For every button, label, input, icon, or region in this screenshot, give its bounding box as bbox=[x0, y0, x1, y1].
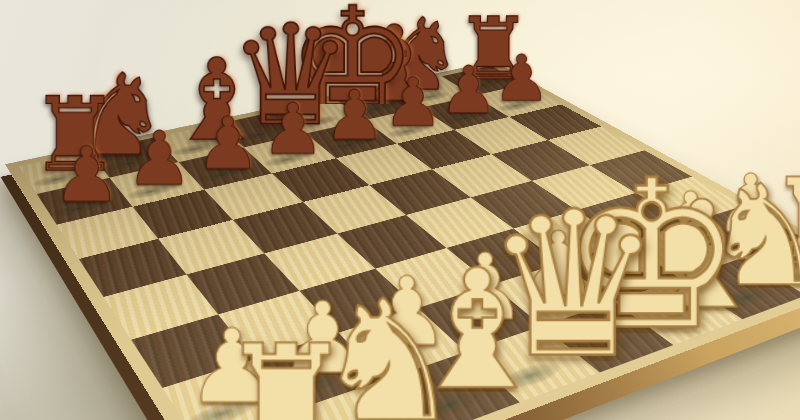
piece-black-pawn-e7[interactable]: ♟ bbox=[321, 81, 389, 150]
piece-black-pawn-g7[interactable]: ♟ bbox=[437, 57, 501, 122]
piece-white-rook-a1[interactable]: ♜ bbox=[218, 325, 326, 420]
piece-black-pawn-c7[interactable]: ♟ bbox=[192, 107, 263, 179]
piece-black-pawn-a7[interactable]: ♟ bbox=[49, 137, 125, 214]
piece-black-pawn-b7[interactable]: ♟ bbox=[123, 121, 196, 195]
scene: ♜♞♝♛♚♝♞♜♟♟♟♟♟♟♟♟♟♟♟♟♟♟♟♟♜♞♝♛♚♝♞♜ bbox=[0, 0, 800, 420]
piece-black-pawn-d7[interactable]: ♟ bbox=[258, 94, 328, 164]
piece-black-pawn-f7[interactable]: ♟ bbox=[380, 69, 446, 136]
square-a1[interactable]: ♜ bbox=[198, 411, 341, 420]
